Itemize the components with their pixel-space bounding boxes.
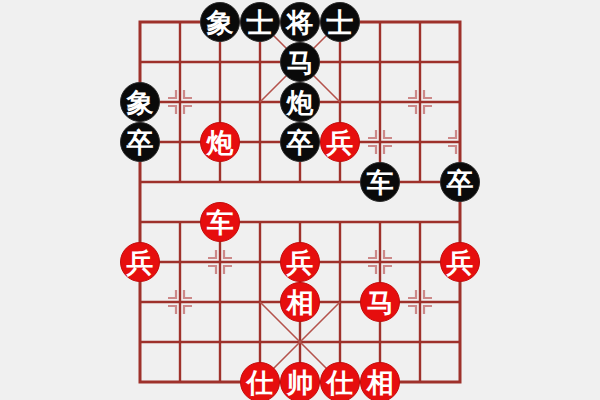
piece-red-horse[interactable]: 马 (360, 282, 400, 322)
pieces-layer: 象士将士马象炮卒炮卒兵车卒车兵兵兵相马仕帅仕相 (0, 0, 600, 400)
piece-black-general[interactable]: 将 (280, 2, 320, 42)
piece-red-elephant[interactable]: 相 (280, 282, 320, 322)
piece-black-soldier[interactable]: 卒 (440, 162, 480, 202)
piece-red-soldier[interactable]: 兵 (280, 242, 320, 282)
piece-red-general[interactable]: 帅 (280, 362, 320, 400)
piece-red-soldier[interactable]: 兵 (120, 242, 160, 282)
piece-black-soldier[interactable]: 卒 (120, 122, 160, 162)
piece-red-cannon[interactable]: 炮 (200, 122, 240, 162)
piece-black-chariot[interactable]: 车 (360, 162, 400, 202)
xiangqi-board: 象士将士马象炮卒炮卒兵车卒车兵兵兵相马仕帅仕相 (0, 0, 600, 400)
piece-black-advisor[interactable]: 士 (320, 2, 360, 42)
piece-black-cannon[interactable]: 炮 (280, 82, 320, 122)
piece-red-elephant[interactable]: 相 (360, 362, 400, 400)
piece-red-chariot[interactable]: 车 (200, 202, 240, 242)
piece-black-horse[interactable]: 马 (280, 42, 320, 82)
piece-black-advisor[interactable]: 士 (240, 2, 280, 42)
piece-red-advisor[interactable]: 仕 (240, 362, 280, 400)
piece-red-advisor[interactable]: 仕 (320, 362, 360, 400)
piece-black-elephant[interactable]: 象 (200, 2, 240, 42)
piece-black-soldier[interactable]: 卒 (280, 122, 320, 162)
piece-red-soldier[interactable]: 兵 (440, 242, 480, 282)
piece-red-soldier[interactable]: 兵 (320, 122, 360, 162)
piece-black-elephant[interactable]: 象 (120, 82, 160, 122)
